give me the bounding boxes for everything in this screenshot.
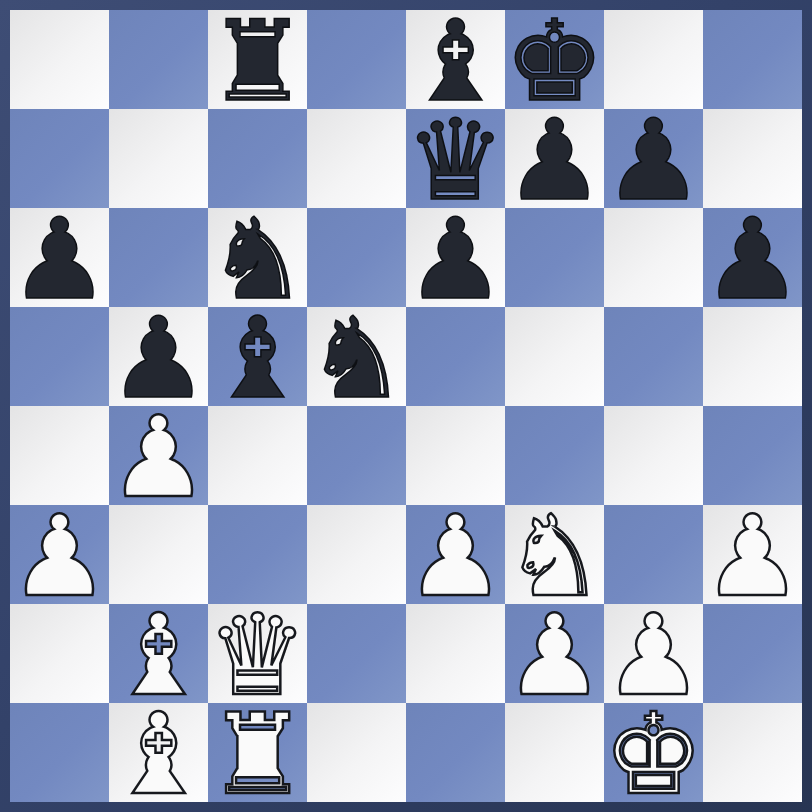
square-h5[interactable] — [703, 307, 802, 406]
square-c1[interactable]: ♜ — [208, 703, 307, 802]
piece-white-knight-f3[interactable]: ♞ — [505, 507, 604, 604]
square-b6[interactable] — [109, 208, 208, 307]
piece-white-pawn-h3[interactable]: ♟ — [703, 507, 802, 604]
square-d6[interactable] — [307, 208, 406, 307]
square-f8[interactable]: ♚ — [505, 10, 604, 109]
square-c4[interactable] — [208, 406, 307, 505]
piece-white-pawn-a3[interactable]: ♟ — [10, 507, 109, 604]
square-f5[interactable] — [505, 307, 604, 406]
square-a8[interactable] — [10, 10, 109, 109]
square-a6[interactable]: ♟ — [10, 208, 109, 307]
square-d8[interactable] — [307, 10, 406, 109]
square-d4[interactable] — [307, 406, 406, 505]
square-b7[interactable] — [109, 109, 208, 208]
square-b1[interactable]: ♝ — [109, 703, 208, 802]
square-a4[interactable] — [10, 406, 109, 505]
square-h6[interactable]: ♟ — [703, 208, 802, 307]
square-f3[interactable]: ♞ — [505, 505, 604, 604]
square-d7[interactable] — [307, 109, 406, 208]
piece-black-queen-e7[interactable]: ♛ — [406, 111, 505, 208]
piece-white-pawn-g2[interactable]: ♟ — [604, 606, 703, 703]
square-f6[interactable] — [505, 208, 604, 307]
square-g7[interactable]: ♟ — [604, 109, 703, 208]
square-f2[interactable]: ♟ — [505, 604, 604, 703]
piece-white-bishop-b2[interactable]: ♝ — [109, 606, 208, 703]
piece-white-bishop-b1[interactable]: ♝ — [109, 705, 208, 802]
square-b3[interactable] — [109, 505, 208, 604]
square-c2[interactable]: ♛ — [208, 604, 307, 703]
square-e2[interactable] — [406, 604, 505, 703]
piece-black-pawn-h6[interactable]: ♟ — [703, 210, 802, 307]
square-e1[interactable] — [406, 703, 505, 802]
square-g5[interactable] — [604, 307, 703, 406]
square-a3[interactable]: ♟ — [10, 505, 109, 604]
square-e3[interactable]: ♟ — [406, 505, 505, 604]
square-d3[interactable] — [307, 505, 406, 604]
square-b2[interactable]: ♝ — [109, 604, 208, 703]
square-a2[interactable] — [10, 604, 109, 703]
piece-black-pawn-g7[interactable]: ♟ — [604, 111, 703, 208]
piece-black-bishop-c5[interactable]: ♝ — [208, 309, 307, 406]
square-g2[interactable]: ♟ — [604, 604, 703, 703]
piece-black-bishop-e8[interactable]: ♝ — [406, 12, 505, 109]
piece-black-knight-d5[interactable]: ♞ — [307, 309, 406, 406]
square-e6[interactable]: ♟ — [406, 208, 505, 307]
square-e7[interactable]: ♛ — [406, 109, 505, 208]
square-b4[interactable]: ♟ — [109, 406, 208, 505]
square-h8[interactable] — [703, 10, 802, 109]
chess-board: ♜♝♚♛♟♟♟♞♟♟♟♝♞♟♟♟♞♟♝♛♟♟♝♜♚ — [10, 10, 802, 802]
piece-black-knight-c6[interactable]: ♞ — [208, 210, 307, 307]
chess-board-frame: ♜♝♚♛♟♟♟♞♟♟♟♝♞♟♟♟♞♟♝♛♟♟♝♜♚ — [0, 0, 812, 812]
square-a1[interactable] — [10, 703, 109, 802]
square-e4[interactable] — [406, 406, 505, 505]
square-d2[interactable] — [307, 604, 406, 703]
square-d5[interactable]: ♞ — [307, 307, 406, 406]
square-c8[interactable]: ♜ — [208, 10, 307, 109]
square-c7[interactable] — [208, 109, 307, 208]
piece-white-pawn-f2[interactable]: ♟ — [505, 606, 604, 703]
square-b8[interactable] — [109, 10, 208, 109]
square-h3[interactable]: ♟ — [703, 505, 802, 604]
square-d1[interactable] — [307, 703, 406, 802]
square-c6[interactable]: ♞ — [208, 208, 307, 307]
square-c5[interactable]: ♝ — [208, 307, 307, 406]
square-g4[interactable] — [604, 406, 703, 505]
square-c3[interactable] — [208, 505, 307, 604]
piece-black-pawn-a6[interactable]: ♟ — [10, 210, 109, 307]
piece-black-king-f8[interactable]: ♚ — [505, 12, 604, 109]
piece-white-king-g1[interactable]: ♚ — [604, 705, 703, 802]
square-g8[interactable] — [604, 10, 703, 109]
piece-black-pawn-f7[interactable]: ♟ — [505, 111, 604, 208]
square-f7[interactable]: ♟ — [505, 109, 604, 208]
square-h4[interactable] — [703, 406, 802, 505]
square-b5[interactable]: ♟ — [109, 307, 208, 406]
square-h2[interactable] — [703, 604, 802, 703]
square-a5[interactable] — [10, 307, 109, 406]
square-h7[interactable] — [703, 109, 802, 208]
square-a7[interactable] — [10, 109, 109, 208]
square-g6[interactable] — [604, 208, 703, 307]
square-g3[interactable] — [604, 505, 703, 604]
square-f1[interactable] — [505, 703, 604, 802]
piece-black-pawn-e6[interactable]: ♟ — [406, 210, 505, 307]
square-e5[interactable] — [406, 307, 505, 406]
piece-white-pawn-b4[interactable]: ♟ — [109, 408, 208, 505]
piece-white-pawn-e3[interactable]: ♟ — [406, 507, 505, 604]
piece-white-rook-c1[interactable]: ♜ — [208, 705, 307, 802]
piece-black-rook-c8[interactable]: ♜ — [208, 12, 307, 109]
square-g1[interactable]: ♚ — [604, 703, 703, 802]
piece-white-queen-c2[interactable]: ♛ — [208, 606, 307, 703]
piece-black-pawn-b5[interactable]: ♟ — [109, 309, 208, 406]
square-f4[interactable] — [505, 406, 604, 505]
square-e8[interactable]: ♝ — [406, 10, 505, 109]
square-h1[interactable] — [703, 703, 802, 802]
